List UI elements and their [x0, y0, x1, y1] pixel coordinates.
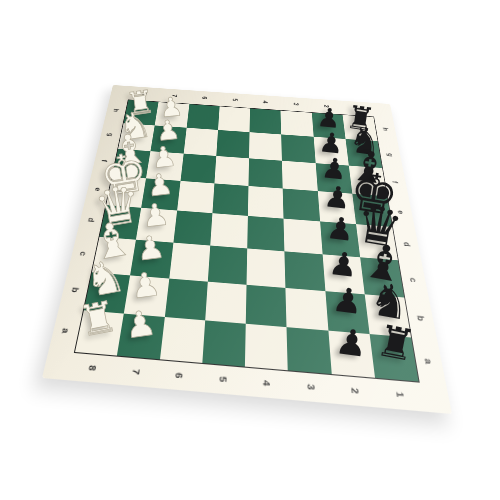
- square-h2: [311, 113, 345, 139]
- square-h3: [281, 111, 314, 137]
- square-g3: [281, 135, 315, 163]
- square-f8: [112, 149, 150, 179]
- rank-label-2: 2: [332, 375, 379, 407]
- square-h1: [342, 115, 377, 142]
- chess-grid: [74, 99, 420, 382]
- square-a8: [75, 310, 124, 356]
- square-g7: [151, 126, 187, 154]
- square-a3: [287, 327, 332, 374]
- square-f1: [349, 165, 387, 196]
- square-f4: [248, 158, 282, 188]
- square-d8: [99, 205, 141, 240]
- square-e4: [248, 186, 284, 219]
- square-d2: [320, 221, 360, 257]
- square-g6: [183, 128, 218, 156]
- square-b2: [325, 291, 369, 334]
- square-e6: [177, 181, 215, 213]
- square-a7: [117, 313, 164, 359]
- square-d4: [247, 216, 284, 252]
- square-a5: [202, 320, 246, 366]
- square-g8: [118, 123, 155, 151]
- square-f5: [214, 156, 249, 186]
- square-d3: [284, 219, 322, 255]
- square-d6: [173, 210, 212, 245]
- rank-label-3: 3: [288, 371, 334, 403]
- square-a1: [369, 334, 418, 382]
- square-b4: [246, 284, 287, 327]
- square-a4: [245, 324, 288, 371]
- square-a6: [160, 317, 205, 363]
- square-c6: [169, 243, 210, 281]
- rank-label-7: 7: [112, 357, 159, 388]
- square-f7: [146, 151, 183, 181]
- square-b8: [84, 272, 130, 313]
- square-d1: [356, 224, 398, 260]
- product-photo-stage: 87654321 87654321 hgfedcba hgfedcba ♜♟♟♜…: [0, 0, 500, 500]
- square-f2: [315, 163, 352, 194]
- rank-label-8: 8: [68, 353, 116, 384]
- rank-label-5: 5: [200, 364, 245, 396]
- square-e7: [141, 178, 180, 210]
- square-h7: [155, 102, 189, 128]
- square-b6: [164, 278, 207, 320]
- chess-board-mat: 87654321 87654321 hgfedcba hgfedcba: [42, 85, 452, 414]
- square-b3: [286, 288, 328, 331]
- square-f6: [180, 153, 216, 183]
- square-c7: [130, 240, 173, 278]
- square-e2: [317, 191, 355, 224]
- square-e5: [212, 183, 248, 216]
- square-h4: [250, 108, 282, 134]
- square-g1: [345, 139, 382, 168]
- square-e8: [106, 176, 146, 208]
- rank-label-1: 1: [376, 379, 425, 412]
- square-g2: [313, 137, 348, 165]
- square-c3: [285, 252, 325, 291]
- square-c8: [92, 237, 136, 275]
- square-g4: [249, 132, 282, 160]
- square-d5: [210, 213, 248, 248]
- square-f3: [282, 160, 317, 191]
- square-c4: [247, 249, 286, 288]
- square-h5: [218, 106, 250, 132]
- square-h8: [124, 100, 159, 126]
- square-a2: [328, 330, 375, 377]
- rank-label-4: 4: [244, 368, 289, 400]
- square-d7: [136, 208, 177, 243]
- square-b5: [205, 281, 247, 323]
- square-e3: [283, 188, 320, 221]
- square-g5: [216, 130, 249, 158]
- square-c2: [322, 255, 364, 294]
- square-e1: [352, 194, 392, 227]
- square-h6: [186, 104, 219, 130]
- rank-label-6: 6: [156, 360, 202, 392]
- square-b7: [124, 275, 169, 317]
- square-c5: [208, 246, 248, 285]
- square-c1: [360, 257, 404, 297]
- square-b1: [364, 294, 411, 337]
